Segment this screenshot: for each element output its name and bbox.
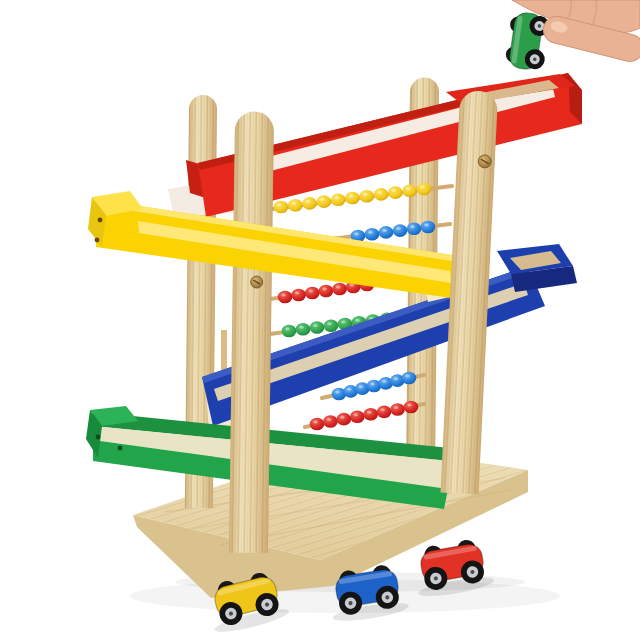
yellow-cap-screw-dot <box>98 218 103 223</box>
abacus-bead-yellow <box>374 188 389 201</box>
bead-highlight <box>392 189 396 192</box>
abacus-bead-red <box>310 418 325 431</box>
bead-highlight <box>367 411 371 414</box>
bead-highlight <box>354 233 358 236</box>
abacus-bead-blue <box>421 221 436 234</box>
yellow-cap-screw-dot <box>95 238 100 243</box>
bead-highlight <box>347 388 351 391</box>
abacus-bead-red <box>363 408 378 421</box>
photo-stage <box>0 0 640 640</box>
bead-highlight <box>322 288 326 291</box>
abacus-bead-blue <box>407 223 422 236</box>
abacus-bead-green <box>324 319 339 332</box>
bead-highlight <box>349 195 353 198</box>
abacus-bead-yellow <box>345 192 360 205</box>
abacus-bead-red <box>404 401 419 414</box>
bead-highlight <box>340 416 344 419</box>
front-left-post <box>229 111 274 553</box>
abacus-bead-blue <box>379 226 394 239</box>
held-car-layer <box>504 11 551 72</box>
bead-highlight <box>292 202 296 205</box>
screw <box>251 276 263 288</box>
bead-highlight <box>394 406 398 409</box>
abacus-bead-yellow <box>360 190 375 203</box>
bead-highlight <box>394 377 398 380</box>
bead-highlight <box>313 421 317 424</box>
bead-highlight <box>336 286 340 289</box>
bead-highlight <box>405 375 409 378</box>
bead-highlight <box>313 324 317 327</box>
bead-highlight <box>382 380 386 383</box>
bead-highlight <box>407 404 411 407</box>
abacus-bead-red <box>390 403 405 416</box>
bead-highlight <box>335 391 339 394</box>
abacus-bead-yellow <box>402 185 417 198</box>
bead-highlight <box>327 322 331 325</box>
abacus-bead-blue <box>393 224 408 237</box>
abacus-bead-red <box>291 289 306 302</box>
abacus-bead-blue <box>365 228 380 241</box>
abacus-row-6-red <box>305 401 424 431</box>
bead-highlight <box>377 191 381 194</box>
abacus-bead-red <box>319 285 334 298</box>
bead-highlight <box>420 186 424 189</box>
abacus-bead-green <box>310 321 325 334</box>
abacus-bead-yellow <box>274 201 289 214</box>
abacus-bead-yellow <box>302 197 317 210</box>
bead-highlight <box>424 224 428 227</box>
bead-highlight <box>299 326 303 329</box>
bead-highlight <box>306 200 310 203</box>
green-car-held <box>504 11 551 72</box>
bead-highlight <box>410 225 414 228</box>
abacus-bead-red <box>377 406 392 419</box>
bead-highlight <box>370 383 374 386</box>
abacus-bead-red <box>305 287 320 300</box>
abacus-bead-red <box>323 415 338 428</box>
screw <box>478 155 492 169</box>
hand <box>504 0 640 72</box>
bead-highlight <box>368 231 372 234</box>
abacus-bead-yellow <box>388 186 403 199</box>
bead-highlight <box>396 227 400 230</box>
bead-highlight <box>380 408 384 411</box>
bead-highlight <box>354 413 358 416</box>
bead-highlight <box>281 294 285 297</box>
bead-highlight <box>309 290 313 293</box>
bead-highlight <box>320 198 324 201</box>
abacus-bead-red <box>337 413 352 426</box>
bead-highlight <box>355 319 359 322</box>
bead-highlight <box>335 196 339 199</box>
abacus-bead-yellow <box>288 199 303 212</box>
abacus-bead-red <box>278 291 293 304</box>
abacus-bead-blue <box>402 372 417 385</box>
bead-highlight <box>406 187 410 190</box>
bead-highlight <box>341 321 345 324</box>
abacus-bead-yellow <box>331 194 346 207</box>
abacus-bead-yellow <box>417 183 432 196</box>
abacus-bead-green <box>282 325 297 338</box>
bead-highlight <box>295 292 299 295</box>
abacus-bead-red <box>350 410 365 423</box>
abacus-bead-green <box>296 323 311 336</box>
bead-highlight <box>285 328 289 331</box>
toy-photo <box>0 0 640 640</box>
bead-highlight <box>277 204 281 207</box>
green-cap-screw-dot <box>118 446 123 451</box>
abacus-bead-yellow <box>317 195 332 208</box>
green-cap-screw-dot <box>96 435 101 440</box>
bead-highlight <box>327 418 331 421</box>
bead-highlight <box>363 193 367 196</box>
post-grain <box>229 111 274 553</box>
abacus-bead-red <box>332 283 347 296</box>
bead-highlight <box>359 385 363 388</box>
bead-highlight <box>382 229 386 232</box>
